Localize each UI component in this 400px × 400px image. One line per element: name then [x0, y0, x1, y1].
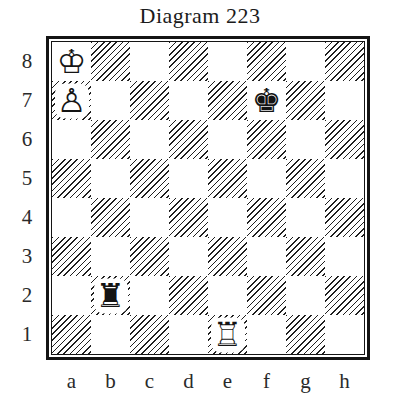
- file-label-a: a: [52, 366, 91, 396]
- square-a1: [52, 315, 91, 354]
- white-king: ♔: [55, 44, 89, 79]
- rank-label-1: 1: [14, 315, 40, 354]
- square-b2: ♜: [91, 276, 130, 315]
- file-label-b: b: [91, 366, 130, 396]
- square-f5: [247, 159, 286, 198]
- square-g3: [286, 237, 325, 276]
- rank-label-5: 5: [14, 159, 40, 198]
- square-d5: [169, 159, 208, 198]
- file-labels: abcdefgh: [52, 366, 364, 396]
- square-f7: ♚: [247, 81, 286, 120]
- square-c1: [130, 315, 169, 354]
- rank-labels: 87654321: [14, 42, 40, 354]
- square-b8: [91, 42, 130, 81]
- square-a4: [52, 198, 91, 237]
- white-pawn: ♙: [55, 83, 89, 118]
- diagram-title: Diagram 223: [0, 3, 400, 29]
- chess-diagram-page: Diagram 223 87654321 ♔♙♚♜♖ abcdefgh: [0, 0, 400, 400]
- square-g5: [286, 159, 325, 198]
- square-h8: [325, 42, 364, 81]
- square-h4: [325, 198, 364, 237]
- square-f2: [247, 276, 286, 315]
- square-a5: [52, 159, 91, 198]
- file-label-h: h: [325, 366, 364, 396]
- square-d3: [169, 237, 208, 276]
- square-h6: [325, 120, 364, 159]
- square-d1: [169, 315, 208, 354]
- rank-label-4: 4: [14, 198, 40, 237]
- square-f6: [247, 120, 286, 159]
- square-g8: [286, 42, 325, 81]
- file-label-f: f: [247, 366, 286, 396]
- square-h1: [325, 315, 364, 354]
- chess-board: ♔♙♚♜♖: [46, 36, 370, 360]
- square-f3: [247, 237, 286, 276]
- file-label-e: e: [208, 366, 247, 396]
- rank-label-3: 3: [14, 237, 40, 276]
- square-b6: [91, 120, 130, 159]
- square-g2: [286, 276, 325, 315]
- square-h5: [325, 159, 364, 198]
- file-label-g: g: [286, 366, 325, 396]
- square-a3: [52, 237, 91, 276]
- square-g6: [286, 120, 325, 159]
- square-b7: [91, 81, 130, 120]
- square-f1: [247, 315, 286, 354]
- square-b5: [91, 159, 130, 198]
- square-f4: [247, 198, 286, 237]
- chess-board-squares: ♔♙♚♜♖: [51, 41, 365, 355]
- file-label-d: d: [169, 366, 208, 396]
- rank-label-6: 6: [14, 120, 40, 159]
- square-a7: ♙: [52, 81, 91, 120]
- square-e8: [208, 42, 247, 81]
- square-c6: [130, 120, 169, 159]
- square-c2: [130, 276, 169, 315]
- square-h7: [325, 81, 364, 120]
- square-c7: [130, 81, 169, 120]
- square-g4: [286, 198, 325, 237]
- square-c8: [130, 42, 169, 81]
- square-b1: [91, 315, 130, 354]
- square-g7: [286, 81, 325, 120]
- square-e6: [208, 120, 247, 159]
- square-b3: [91, 237, 130, 276]
- square-d7: [169, 81, 208, 120]
- square-a6: [52, 120, 91, 159]
- square-e3: [208, 237, 247, 276]
- square-e4: [208, 198, 247, 237]
- square-c3: [130, 237, 169, 276]
- square-g1: [286, 315, 325, 354]
- black-rook: ♜: [94, 278, 128, 313]
- square-e5: [208, 159, 247, 198]
- square-e2: [208, 276, 247, 315]
- square-a2: [52, 276, 91, 315]
- square-e1: ♖: [208, 315, 247, 354]
- square-h3: [325, 237, 364, 276]
- rank-label-2: 2: [14, 276, 40, 315]
- square-a8: ♔: [52, 42, 91, 81]
- square-b4: [91, 198, 130, 237]
- square-d4: [169, 198, 208, 237]
- rank-label-7: 7: [14, 81, 40, 120]
- square-f8: [247, 42, 286, 81]
- white-rook: ♖: [211, 317, 245, 352]
- square-c4: [130, 198, 169, 237]
- file-label-c: c: [130, 366, 169, 396]
- square-h2: [325, 276, 364, 315]
- square-d6: [169, 120, 208, 159]
- black-king: ♚: [250, 83, 284, 118]
- square-d2: [169, 276, 208, 315]
- square-c5: [130, 159, 169, 198]
- square-d8: [169, 42, 208, 81]
- square-e7: [208, 81, 247, 120]
- rank-label-8: 8: [14, 42, 40, 81]
